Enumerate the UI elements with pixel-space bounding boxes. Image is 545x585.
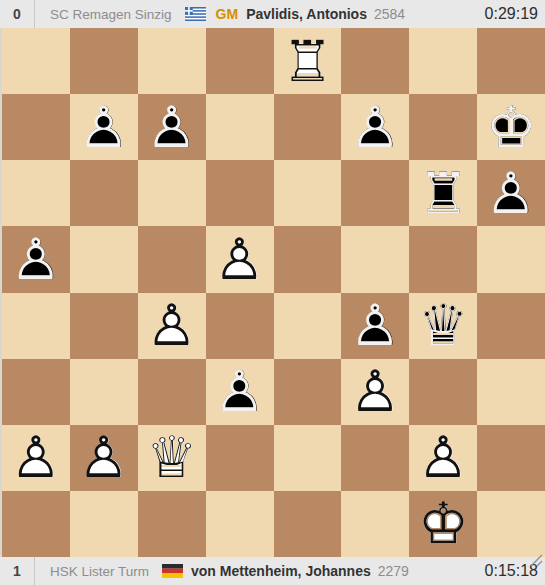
- square-g2[interactable]: ♟♙: [409, 425, 477, 491]
- square-d4[interactable]: [206, 293, 274, 359]
- square-h7[interactable]: ♚♔: [477, 94, 545, 160]
- square-d1[interactable]: [206, 491, 274, 557]
- piece-white-pawn[interactable]: ♟♙: [138, 293, 206, 359]
- square-a7[interactable]: [2, 94, 70, 160]
- square-g8[interactable]: [409, 28, 477, 94]
- square-b6[interactable]: [70, 160, 138, 226]
- square-e4[interactable]: [274, 293, 342, 359]
- square-c7[interactable]: ♟♙: [138, 94, 206, 160]
- greece-flag-icon: [185, 7, 206, 21]
- piece-black-queen[interactable]: ♛♕: [409, 293, 477, 359]
- square-b8[interactable]: [70, 28, 138, 94]
- bottom-team-name: HSK Lister Turm: [50, 564, 149, 579]
- piece-white-pawn[interactable]: ♟♙: [206, 226, 274, 292]
- piece-white-queen[interactable]: ♛♕: [138, 425, 206, 491]
- bottom-player-rating: 2279: [378, 563, 409, 579]
- square-f6[interactable]: [341, 160, 409, 226]
- square-g4[interactable]: ♛♕: [409, 293, 477, 359]
- germany-flag-icon: [162, 564, 183, 578]
- top-player-bar: 0 SC Remagen Sinzig GM Pavlidis, Antonio…: [0, 0, 545, 28]
- square-f8[interactable]: [341, 28, 409, 94]
- chess-board: ♜♖♟♙♟♙♟♙♚♔♜♖♟♙♟♙♟♙♟♙♟♙♛♕♟♙♟♙♟♙♟♙♛♕♟♙♚♔: [0, 28, 545, 557]
- square-f2[interactable]: [341, 425, 409, 491]
- square-g5[interactable]: [409, 226, 477, 292]
- square-a2[interactable]: ♟♙: [2, 425, 70, 491]
- piece-black-pawn[interactable]: ♟♙: [2, 226, 70, 292]
- square-e6[interactable]: [274, 160, 342, 226]
- square-f3[interactable]: ♟♙: [341, 359, 409, 425]
- square-a4[interactable]: [2, 293, 70, 359]
- square-a6[interactable]: [2, 160, 70, 226]
- piece-white-pawn[interactable]: ♟♙: [2, 425, 70, 491]
- piece-black-pawn[interactable]: ♟♙: [206, 359, 274, 425]
- square-g6[interactable]: ♜♖: [409, 160, 477, 226]
- square-c2[interactable]: ♛♕: [138, 425, 206, 491]
- square-h2[interactable]: [477, 425, 545, 491]
- square-c5[interactable]: [138, 226, 206, 292]
- piece-black-pawn[interactable]: ♟♙: [138, 94, 206, 160]
- square-c1[interactable]: [138, 491, 206, 557]
- piece-black-pawn[interactable]: ♟♙: [341, 293, 409, 359]
- square-h4[interactable]: [477, 293, 545, 359]
- piece-black-pawn[interactable]: ♟♙: [341, 94, 409, 160]
- square-f1[interactable]: [341, 491, 409, 557]
- piece-black-pawn[interactable]: ♟♙: [70, 94, 138, 160]
- square-b7[interactable]: ♟♙: [70, 94, 138, 160]
- square-e1[interactable]: [274, 491, 342, 557]
- bottom-board-number: 1: [0, 557, 35, 585]
- bottom-player-bar: 1 HSK Lister Turm von Mettenheim, Johann…: [0, 557, 545, 585]
- square-a5[interactable]: ♟♙: [2, 226, 70, 292]
- square-h8[interactable]: [477, 28, 545, 94]
- square-f7[interactable]: ♟♙: [341, 94, 409, 160]
- piece-white-pawn[interactable]: ♟♙: [70, 425, 138, 491]
- square-a1[interactable]: [2, 491, 70, 557]
- square-b3[interactable]: [70, 359, 138, 425]
- square-e2[interactable]: [274, 425, 342, 491]
- top-player-name: Pavlidis, Antonios: [246, 6, 367, 22]
- square-c3[interactable]: [138, 359, 206, 425]
- top-team-name: SC Remagen Sinzig: [50, 7, 172, 22]
- piece-black-pawn[interactable]: ♟♙: [477, 160, 545, 226]
- square-b5[interactable]: [70, 226, 138, 292]
- top-board-number: 0: [0, 0, 35, 28]
- top-player-clock: 0:29:19: [485, 5, 538, 23]
- square-d8[interactable]: [206, 28, 274, 94]
- square-f5[interactable]: [341, 226, 409, 292]
- square-g3[interactable]: [409, 359, 477, 425]
- piece-black-king[interactable]: ♚♔: [477, 94, 545, 160]
- square-h6[interactable]: ♟♙: [477, 160, 545, 226]
- square-e8[interactable]: ♜♖: [274, 28, 342, 94]
- square-d2[interactable]: [206, 425, 274, 491]
- top-player-rating: 2584: [374, 6, 405, 22]
- square-a8[interactable]: [2, 28, 70, 94]
- square-e7[interactable]: [274, 94, 342, 160]
- square-g7[interactable]: [409, 94, 477, 160]
- square-d5[interactable]: ♟♙: [206, 226, 274, 292]
- square-h1[interactable]: [477, 491, 545, 557]
- piece-white-pawn[interactable]: ♟♙: [341, 359, 409, 425]
- square-h5[interactable]: [477, 226, 545, 292]
- square-c8[interactable]: [138, 28, 206, 94]
- resize-handle-icon[interactable]: [530, 553, 543, 566]
- square-f4[interactable]: ♟♙: [341, 293, 409, 359]
- piece-black-rook[interactable]: ♜♖: [409, 160, 477, 226]
- square-b1[interactable]: [70, 491, 138, 557]
- piece-white-pawn[interactable]: ♟♙: [409, 425, 477, 491]
- square-e3[interactable]: [274, 359, 342, 425]
- square-d3[interactable]: ♟♙: [206, 359, 274, 425]
- square-e5[interactable]: [274, 226, 342, 292]
- square-g1[interactable]: ♚♔: [409, 491, 477, 557]
- piece-white-rook[interactable]: ♜♖: [274, 28, 342, 94]
- square-d6[interactable]: [206, 160, 274, 226]
- bottom-player-name: von Mettenheim, Johannes: [191, 563, 371, 579]
- live-game-widget: 0 SC Remagen Sinzig GM Pavlidis, Antonio…: [0, 0, 545, 585]
- square-h3[interactable]: [477, 359, 545, 425]
- square-c4[interactable]: ♟♙: [138, 293, 206, 359]
- piece-white-king[interactable]: ♚♔: [409, 491, 477, 557]
- square-a3[interactable]: [2, 359, 70, 425]
- square-c6[interactable]: [138, 160, 206, 226]
- top-player-title: GM: [216, 6, 239, 22]
- square-b4[interactable]: [70, 293, 138, 359]
- square-d7[interactable]: [206, 94, 274, 160]
- square-b2[interactable]: ♟♙: [70, 425, 138, 491]
